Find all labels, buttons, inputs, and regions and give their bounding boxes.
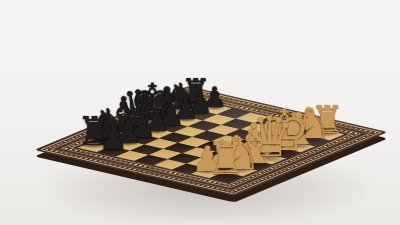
pieces-layer: ♜♟♞♟♝♟♚♟♛♟♟♝♜♟♟♞♞♟♟♜♝♟♟♚♟♛♟♝♟♞♟♜ bbox=[0, 0, 400, 225]
piece-black-pawn-a7[interactable]: ♟ bbox=[99, 122, 128, 154]
piece-white-rook-a1[interactable]: ♜ bbox=[206, 138, 245, 182]
studio-backdrop: ♜♟♞♟♝♟♚♟♛♟♟♝♜♟♟♞♞♟♟♜♝♟♟♚♟♛♟♝♟♞♟♜ bbox=[0, 0, 400, 225]
